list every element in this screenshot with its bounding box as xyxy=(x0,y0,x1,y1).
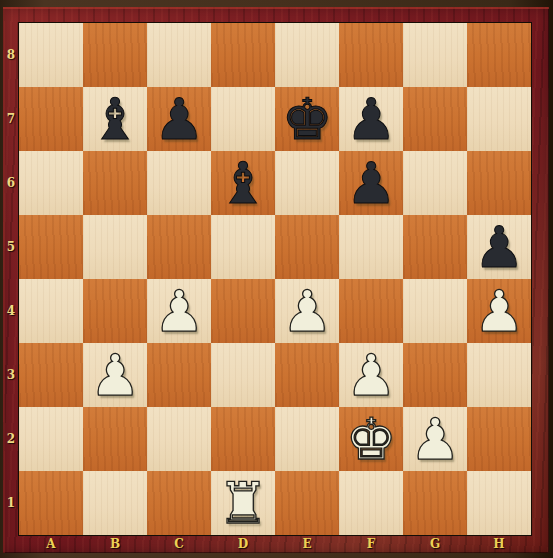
chess-board-window: ♝♟♚♟♝♟♟♟♟♟♟♟♚♟♜ 87654321 ABCDEFGH xyxy=(0,0,553,558)
chess-board: ♝♟♚♟♝♟♟♟♟♟♟♟♚♟♜ xyxy=(19,23,531,535)
square-f8[interactable] xyxy=(339,23,403,87)
black-bishop-d6[interactable]: ♝ xyxy=(211,151,275,215)
file-label-d: D xyxy=(211,534,275,553)
square-a8[interactable] xyxy=(19,23,83,87)
square-h1[interactable] xyxy=(467,471,531,535)
square-g8[interactable] xyxy=(403,23,467,87)
rank-label-3: 3 xyxy=(3,343,19,407)
square-c6[interactable] xyxy=(147,151,211,215)
square-e6[interactable] xyxy=(275,151,339,215)
square-d7[interactable] xyxy=(211,87,275,151)
black-pawn-c7[interactable]: ♟ xyxy=(147,87,211,151)
rank-label-8: 8 xyxy=(3,23,19,87)
square-h2[interactable] xyxy=(467,407,531,471)
square-c4[interactable]: ♟ xyxy=(147,279,211,343)
square-c7[interactable]: ♟ xyxy=(147,87,211,151)
square-d6[interactable]: ♝ xyxy=(211,151,275,215)
rank-labels: 87654321 xyxy=(3,23,19,535)
square-e8[interactable] xyxy=(275,23,339,87)
square-f1[interactable] xyxy=(339,471,403,535)
square-c5[interactable] xyxy=(147,215,211,279)
rank-label-6: 6 xyxy=(3,151,19,215)
rank-label-7: 7 xyxy=(3,87,19,151)
square-b4[interactable] xyxy=(83,279,147,343)
white-pawn-c4[interactable]: ♟ xyxy=(147,279,211,343)
rank-label-4: 4 xyxy=(3,279,19,343)
square-f7[interactable]: ♟ xyxy=(339,87,403,151)
square-c8[interactable] xyxy=(147,23,211,87)
file-labels: ABCDEFGH xyxy=(19,534,531,553)
square-g4[interactable] xyxy=(403,279,467,343)
square-c2[interactable] xyxy=(147,407,211,471)
white-pawn-h4[interactable]: ♟ xyxy=(467,279,531,343)
rank-label-1: 1 xyxy=(3,471,19,535)
square-f5[interactable] xyxy=(339,215,403,279)
square-d1[interactable]: ♜ xyxy=(211,471,275,535)
black-pawn-f6[interactable]: ♟ xyxy=(339,151,403,215)
square-e3[interactable] xyxy=(275,343,339,407)
square-c1[interactable] xyxy=(147,471,211,535)
square-b1[interactable] xyxy=(83,471,147,535)
square-b7[interactable]: ♝ xyxy=(83,87,147,151)
white-rook-d1[interactable]: ♜ xyxy=(211,471,275,535)
square-a6[interactable] xyxy=(19,151,83,215)
white-pawn-f3[interactable]: ♟ xyxy=(339,343,403,407)
black-pawn-h5[interactable]: ♟ xyxy=(467,215,531,279)
square-e4[interactable]: ♟ xyxy=(275,279,339,343)
square-h4[interactable]: ♟ xyxy=(467,279,531,343)
square-h3[interactable] xyxy=(467,343,531,407)
square-d3[interactable] xyxy=(211,343,275,407)
file-label-a: A xyxy=(19,534,83,553)
square-a3[interactable] xyxy=(19,343,83,407)
file-label-h: H xyxy=(467,534,531,553)
file-label-e: E xyxy=(275,534,339,553)
square-b5[interactable] xyxy=(83,215,147,279)
square-g2[interactable]: ♟ xyxy=(403,407,467,471)
square-e5[interactable] xyxy=(275,215,339,279)
square-d2[interactable] xyxy=(211,407,275,471)
square-f2[interactable]: ♚ xyxy=(339,407,403,471)
square-a2[interactable] xyxy=(19,407,83,471)
file-label-c: C xyxy=(147,534,211,553)
square-a5[interactable] xyxy=(19,215,83,279)
square-e1[interactable] xyxy=(275,471,339,535)
square-b6[interactable] xyxy=(83,151,147,215)
square-b3[interactable]: ♟ xyxy=(83,343,147,407)
square-b8[interactable] xyxy=(83,23,147,87)
square-a7[interactable] xyxy=(19,87,83,151)
square-g3[interactable] xyxy=(403,343,467,407)
file-label-g: G xyxy=(403,534,467,553)
square-h6[interactable] xyxy=(467,151,531,215)
square-f4[interactable] xyxy=(339,279,403,343)
square-g1[interactable] xyxy=(403,471,467,535)
square-a4[interactable] xyxy=(19,279,83,343)
file-label-f: F xyxy=(339,534,403,553)
square-e7[interactable]: ♚ xyxy=(275,87,339,151)
square-f3[interactable]: ♟ xyxy=(339,343,403,407)
rank-label-5: 5 xyxy=(3,215,19,279)
black-bishop-b7[interactable]: ♝ xyxy=(83,87,147,151)
white-king-f2[interactable]: ♚ xyxy=(339,407,403,471)
square-a1[interactable] xyxy=(19,471,83,535)
rank-label-2: 2 xyxy=(3,407,19,471)
square-g6[interactable] xyxy=(403,151,467,215)
square-h8[interactable] xyxy=(467,23,531,87)
square-g7[interactable] xyxy=(403,87,467,151)
square-h7[interactable] xyxy=(467,87,531,151)
black-pawn-f7[interactable]: ♟ xyxy=(339,87,403,151)
black-king-e7[interactable]: ♚ xyxy=(275,87,339,151)
file-label-b: B xyxy=(83,534,147,553)
white-pawn-e4[interactable]: ♟ xyxy=(275,279,339,343)
square-h5[interactable]: ♟ xyxy=(467,215,531,279)
square-d4[interactable] xyxy=(211,279,275,343)
square-g5[interactable] xyxy=(403,215,467,279)
white-pawn-b3[interactable]: ♟ xyxy=(83,343,147,407)
square-c3[interactable] xyxy=(147,343,211,407)
square-b2[interactable] xyxy=(83,407,147,471)
square-e2[interactable] xyxy=(275,407,339,471)
white-pawn-g2[interactable]: ♟ xyxy=(403,407,467,471)
square-d5[interactable] xyxy=(211,215,275,279)
square-f6[interactable]: ♟ xyxy=(339,151,403,215)
square-d8[interactable] xyxy=(211,23,275,87)
